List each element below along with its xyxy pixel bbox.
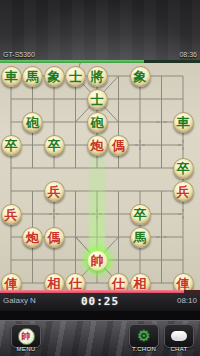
- board-piece[interactable]: 卒: [130, 204, 151, 225]
- board-piece[interactable]: 炮: [22, 227, 43, 248]
- board-piece[interactable]: 兵: [173, 181, 194, 202]
- board-piece[interactable]: 象: [130, 66, 151, 87]
- opponent-name: GT-S5360: [3, 51, 35, 58]
- board-piece[interactable]: 砲: [22, 112, 43, 133]
- board-piece[interactable]: 傌: [108, 135, 129, 156]
- move-timer: 00:25: [0, 295, 200, 308]
- board-piece[interactable]: 帥: [87, 250, 108, 271]
- bottom-gap: [0, 311, 200, 320]
- menu-icon: 帥: [11, 324, 41, 348]
- bottom-toolbar: 帥 MENU ⚙ T.CHON CHAT: [0, 320, 200, 356]
- board-piece[interactable]: 車: [1, 66, 22, 87]
- app-screen: GT-S5360 08:36 車馬象士將象士砲砲車卒卒炮傌卒兵兵兵卒炮傌馬帥俥相…: [0, 0, 200, 356]
- king-piece-icon: 帥: [18, 328, 35, 345]
- board-piece[interactable]: 兵: [1, 204, 22, 225]
- board-piece[interactable]: 傌: [44, 227, 65, 248]
- chat-button-label: CHAT: [170, 346, 187, 352]
- options-button[interactable]: ⚙ T.CHON: [128, 324, 160, 352]
- board-piece[interactable]: 砲: [87, 112, 108, 133]
- board-piece[interactable]: 馬: [130, 227, 151, 248]
- board-piece[interactable]: 兵: [44, 181, 65, 202]
- gear-icon: ⚙: [129, 324, 159, 348]
- board-piece[interactable]: 士: [65, 66, 86, 87]
- chat-button[interactable]: CHAT: [163, 324, 195, 352]
- piece-grid: 車馬象士將象士砲砲車卒卒炮傌卒兵兵兵卒炮傌馬帥俥相仕仕相俥: [0, 63, 194, 295]
- xiangqi-board[interactable]: 車馬象士將象士砲砲車卒卒炮傌卒兵兵兵卒炮傌馬帥俥相仕仕相俥: [0, 63, 200, 290]
- board-piece[interactable]: 卒: [1, 135, 22, 156]
- opponent-clock: 08:36: [179, 51, 197, 58]
- board-piece[interactable]: 將: [87, 66, 108, 87]
- options-button-label: T.CHON: [132, 346, 156, 352]
- player-bar: Galaxy N 00:25 08:10: [0, 293, 200, 311]
- speech-bubble-icon: [164, 324, 194, 348]
- menu-button[interactable]: 帥 MENU: [10, 324, 42, 352]
- player-clock: 08:10: [177, 296, 197, 305]
- opponent-bar: GT-S5360 08:36: [0, 49, 200, 60]
- board-piece[interactable]: 車: [173, 112, 194, 133]
- menu-button-label: MENU: [17, 346, 36, 352]
- board-piece[interactable]: 馬: [22, 66, 43, 87]
- board-piece[interactable]: 卒: [173, 158, 194, 179]
- board-piece[interactable]: 士: [87, 89, 108, 110]
- board-piece[interactable]: 卒: [44, 135, 65, 156]
- board-piece[interactable]: 象: [44, 66, 65, 87]
- board-piece[interactable]: 炮: [87, 135, 108, 156]
